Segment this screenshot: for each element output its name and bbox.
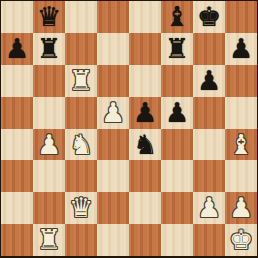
square-a1[interactable] (1, 224, 33, 256)
white-king: ♚ (225, 224, 257, 256)
square-d2[interactable] (97, 192, 129, 224)
square-h3[interactable] (225, 160, 257, 192)
square-d1[interactable] (97, 224, 129, 256)
square-d4[interactable] (97, 129, 129, 161)
square-e3[interactable] (129, 160, 161, 192)
square-a8[interactable] (1, 1, 33, 33)
white-rook: ♜ (33, 224, 65, 256)
black-queen: ♛ (33, 1, 65, 33)
square-c6[interactable]: ♜ (65, 65, 97, 97)
square-g7[interactable] (193, 33, 225, 65)
square-g1[interactable] (193, 224, 225, 256)
black-bishop: ♝ (161, 1, 193, 33)
square-b5[interactable] (33, 97, 65, 129)
square-c2[interactable]: ♛ (65, 192, 97, 224)
square-h1[interactable]: ♚ (225, 224, 257, 256)
square-b2[interactable] (33, 192, 65, 224)
black-rook: ♜ (161, 33, 193, 65)
square-c8[interactable] (65, 1, 97, 33)
square-a5[interactable] (1, 97, 33, 129)
square-f2[interactable] (161, 192, 193, 224)
square-g5[interactable] (193, 97, 225, 129)
square-e8[interactable] (129, 1, 161, 33)
square-a7[interactable]: ♟ (1, 33, 33, 65)
square-f4[interactable] (161, 129, 193, 161)
black-pawn: ♟ (161, 97, 193, 129)
square-b6[interactable] (33, 65, 65, 97)
square-h2[interactable]: ♟ (225, 192, 257, 224)
black-knight: ♞ (129, 129, 161, 161)
black-pawn: ♟ (193, 65, 225, 97)
black-pawn: ♟ (1, 33, 33, 65)
square-a4[interactable] (1, 129, 33, 161)
white-pawn: ♟ (33, 129, 65, 161)
square-e6[interactable] (129, 65, 161, 97)
white-pawn: ♟ (225, 192, 257, 224)
square-c5[interactable] (65, 97, 97, 129)
square-e4[interactable]: ♞ (129, 129, 161, 161)
square-h7[interactable]: ♟ (225, 33, 257, 65)
white-pawn: ♟ (193, 192, 225, 224)
square-b1[interactable]: ♜ (33, 224, 65, 256)
square-e2[interactable] (129, 192, 161, 224)
square-d6[interactable] (97, 65, 129, 97)
square-c3[interactable] (65, 160, 97, 192)
square-h4[interactable]: ♝ (225, 129, 257, 161)
white-rook: ♜ (65, 65, 97, 97)
square-g4[interactable] (193, 129, 225, 161)
square-a6[interactable] (1, 65, 33, 97)
square-g3[interactable] (193, 160, 225, 192)
square-f7[interactable]: ♜ (161, 33, 193, 65)
square-d3[interactable] (97, 160, 129, 192)
black-rook: ♜ (33, 33, 65, 65)
square-c1[interactable] (65, 224, 97, 256)
square-d7[interactable] (97, 33, 129, 65)
black-pawn: ♟ (225, 33, 257, 65)
square-g2[interactable]: ♟ (193, 192, 225, 224)
white-knight: ♞ (65, 129, 97, 161)
square-d5[interactable]: ♟ (97, 97, 129, 129)
white-bishop: ♝ (225, 129, 257, 161)
square-f8[interactable]: ♝ (161, 1, 193, 33)
square-h5[interactable] (225, 97, 257, 129)
square-g6[interactable]: ♟ (193, 65, 225, 97)
board-frame: ♛♝♚♟♜♜♟♜♟♟♟♟♟♞♞♝♛♟♟♜♚ (0, 0, 258, 258)
square-d8[interactable] (97, 1, 129, 33)
white-queen: ♛ (65, 192, 97, 224)
square-f1[interactable] (161, 224, 193, 256)
square-c4[interactable]: ♞ (65, 129, 97, 161)
square-g8[interactable]: ♚ (193, 1, 225, 33)
square-b7[interactable]: ♜ (33, 33, 65, 65)
square-c7[interactable] (65, 33, 97, 65)
square-b4[interactable]: ♟ (33, 129, 65, 161)
white-pawn: ♟ (97, 97, 129, 129)
square-f6[interactable] (161, 65, 193, 97)
black-pawn: ♟ (129, 97, 161, 129)
square-h6[interactable] (225, 65, 257, 97)
square-e5[interactable]: ♟ (129, 97, 161, 129)
square-h8[interactable] (225, 1, 257, 33)
square-f5[interactable]: ♟ (161, 97, 193, 129)
square-b8[interactable]: ♛ (33, 1, 65, 33)
square-a3[interactable] (1, 160, 33, 192)
square-e7[interactable] (129, 33, 161, 65)
square-a2[interactable] (1, 192, 33, 224)
square-f3[interactable] (161, 160, 193, 192)
square-b3[interactable] (33, 160, 65, 192)
square-e1[interactable] (129, 224, 161, 256)
black-king: ♚ (193, 1, 225, 33)
chess-board: ♛♝♚♟♜♜♟♜♟♟♟♟♟♞♞♝♛♟♟♜♚ (1, 1, 257, 256)
